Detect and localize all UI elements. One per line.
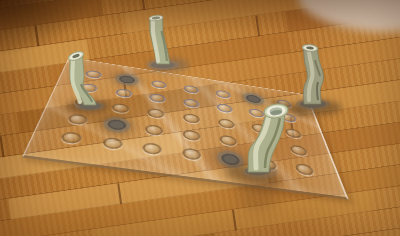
drilled-hole	[215, 89, 231, 99]
drilled-hole	[183, 98, 199, 108]
drilled-hole	[217, 118, 234, 129]
peg-opening	[263, 103, 289, 120]
drilled-hole	[151, 80, 167, 90]
drilled-hole	[142, 142, 162, 155]
drilled-hole	[102, 136, 124, 149]
photo-scene	[0, 0, 400, 236]
drilled-hole	[289, 144, 309, 156]
peg-back-right[interactable]	[290, 38, 336, 112]
drilled-hole	[67, 113, 89, 125]
drilled-hole	[183, 113, 200, 124]
hole-cell-a5[interactable]	[47, 125, 95, 150]
drilled-hole	[106, 118, 126, 130]
drilled-hole	[149, 93, 166, 103]
drilled-hole	[145, 124, 164, 136]
drilled-hole	[60, 131, 83, 144]
drilled-hole	[111, 102, 130, 113]
hole-cell-b5[interactable]	[90, 131, 135, 156]
drilled-hole	[219, 134, 237, 146]
drilled-hole	[182, 147, 201, 160]
peg-front-left[interactable]	[56, 44, 104, 114]
drilled-hole	[216, 103, 232, 113]
hole-cell-d5[interactable]	[172, 142, 212, 167]
drilled-hole	[183, 129, 201, 141]
hole-cell-c5[interactable]	[131, 136, 173, 161]
peg-front-right[interactable]	[236, 96, 290, 182]
drilled-hole	[115, 88, 133, 98]
drilled-hole	[184, 85, 199, 95]
drilled-hole	[147, 108, 165, 119]
peg-back-left[interactable]	[142, 11, 182, 69]
drilled-hole	[118, 75, 135, 85]
drilled-hole	[294, 162, 315, 175]
